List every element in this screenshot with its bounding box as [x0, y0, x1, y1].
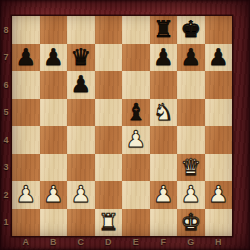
piece-white-king: ♚ [180, 209, 201, 237]
piece-black-bishop: ♝ [125, 99, 146, 127]
square-b3[interactable] [40, 154, 68, 182]
square-f1[interactable] [150, 209, 178, 237]
rank-label-8: 8 [0, 16, 12, 44]
file-label-c: C [67, 235, 95, 249]
square-a2[interactable]: ♟ [12, 181, 40, 209]
square-f6[interactable] [150, 71, 178, 99]
square-c3[interactable] [67, 154, 95, 182]
square-d2[interactable] [95, 181, 123, 209]
file-label-h: H [205, 235, 233, 249]
square-a7[interactable]: ♟ [12, 44, 40, 72]
square-g6[interactable] [177, 71, 205, 99]
square-g7[interactable]: ♟ [177, 44, 205, 72]
square-d5[interactable] [95, 99, 123, 127]
square-h4[interactable] [205, 126, 233, 154]
square-e3[interactable] [122, 154, 150, 182]
square-f4[interactable] [150, 126, 178, 154]
piece-black-rook: ♜ [153, 16, 174, 44]
piece-black-queen: ♛ [70, 44, 91, 72]
file-label-a: A [12, 235, 40, 249]
square-a3[interactable] [12, 154, 40, 182]
board-frame: 87654321 ABCDEFGH ♜♚♟♟♛♟♟♟♟♝♞♟♛♟♟♟♟♟♟♜♚ [0, 0, 250, 250]
square-a6[interactable] [12, 71, 40, 99]
square-e4[interactable]: ♟ [122, 126, 150, 154]
rank-label-7: 7 [0, 44, 12, 72]
square-h8[interactable] [205, 16, 233, 44]
square-g2[interactable]: ♟ [177, 181, 205, 209]
piece-white-knight: ♞ [153, 99, 174, 127]
square-c6[interactable]: ♟ [67, 71, 95, 99]
square-e2[interactable] [122, 181, 150, 209]
square-h6[interactable] [205, 71, 233, 99]
square-b8[interactable] [40, 16, 68, 44]
square-e8[interactable] [122, 16, 150, 44]
piece-white-pawn: ♟ [125, 126, 146, 154]
square-d7[interactable] [95, 44, 123, 72]
chess-board: ♜♚♟♟♛♟♟♟♟♝♞♟♛♟♟♟♟♟♟♜♚ [12, 16, 232, 236]
piece-white-pawn: ♟ [15, 181, 36, 209]
square-f5[interactable]: ♞ [150, 99, 178, 127]
square-b5[interactable] [40, 99, 68, 127]
square-g8[interactable]: ♚ [177, 16, 205, 44]
square-a5[interactable] [12, 99, 40, 127]
square-g5[interactable] [177, 99, 205, 127]
square-e1[interactable] [122, 209, 150, 237]
square-e7[interactable] [122, 44, 150, 72]
piece-white-pawn: ♟ [70, 181, 91, 209]
rank-label-4: 4 [0, 126, 12, 154]
square-d3[interactable] [95, 154, 123, 182]
rank-label-1: 1 [0, 209, 12, 237]
square-h7[interactable]: ♟ [205, 44, 233, 72]
square-d8[interactable] [95, 16, 123, 44]
square-d4[interactable] [95, 126, 123, 154]
square-b2[interactable]: ♟ [40, 181, 68, 209]
square-f2[interactable]: ♟ [150, 181, 178, 209]
square-b7[interactable]: ♟ [40, 44, 68, 72]
piece-black-pawn: ♟ [70, 71, 91, 99]
piece-white-pawn: ♟ [180, 181, 201, 209]
file-label-d: D [95, 235, 123, 249]
square-c5[interactable] [67, 99, 95, 127]
square-c8[interactable] [67, 16, 95, 44]
file-label-g: G [177, 235, 205, 249]
square-a4[interactable] [12, 126, 40, 154]
square-c2[interactable]: ♟ [67, 181, 95, 209]
square-a1[interactable] [12, 209, 40, 237]
square-e6[interactable] [122, 71, 150, 99]
piece-black-pawn: ♟ [208, 44, 229, 72]
square-b4[interactable] [40, 126, 68, 154]
piece-white-rook: ♜ [98, 209, 119, 237]
piece-black-pawn: ♟ [43, 44, 64, 72]
square-d1[interactable]: ♜ [95, 209, 123, 237]
piece-black-king: ♚ [180, 16, 201, 44]
square-h5[interactable] [205, 99, 233, 127]
file-label-b: B [40, 235, 68, 249]
piece-black-pawn: ♟ [180, 44, 201, 72]
square-f3[interactable] [150, 154, 178, 182]
rank-label-5: 5 [0, 99, 12, 127]
square-g1[interactable]: ♚ [177, 209, 205, 237]
piece-white-pawn: ♟ [43, 181, 64, 209]
square-c7[interactable]: ♛ [67, 44, 95, 72]
rank-labels: 87654321 [0, 16, 12, 236]
square-g4[interactable] [177, 126, 205, 154]
square-e5[interactable]: ♝ [122, 99, 150, 127]
square-b6[interactable] [40, 71, 68, 99]
square-h1[interactable] [205, 209, 233, 237]
square-g3[interactable]: ♛ [177, 154, 205, 182]
rank-label-3: 3 [0, 154, 12, 182]
file-labels: ABCDEFGH [12, 235, 232, 249]
piece-white-pawn: ♟ [153, 181, 174, 209]
piece-white-pawn: ♟ [208, 181, 229, 209]
square-c4[interactable] [67, 126, 95, 154]
piece-black-pawn: ♟ [15, 44, 36, 72]
file-label-f: F [150, 235, 178, 249]
square-c1[interactable] [67, 209, 95, 237]
square-b1[interactable] [40, 209, 68, 237]
rank-label-6: 6 [0, 71, 12, 99]
square-h3[interactable] [205, 154, 233, 182]
square-f7[interactable]: ♟ [150, 44, 178, 72]
square-d6[interactable] [95, 71, 123, 99]
rank-label-2: 2 [0, 181, 12, 209]
square-a8[interactable] [12, 16, 40, 44]
square-h2[interactable]: ♟ [205, 181, 233, 209]
file-label-e: E [122, 235, 150, 249]
square-f8[interactable]: ♜ [150, 16, 178, 44]
piece-white-queen: ♛ [180, 154, 201, 182]
piece-black-pawn: ♟ [153, 44, 174, 72]
